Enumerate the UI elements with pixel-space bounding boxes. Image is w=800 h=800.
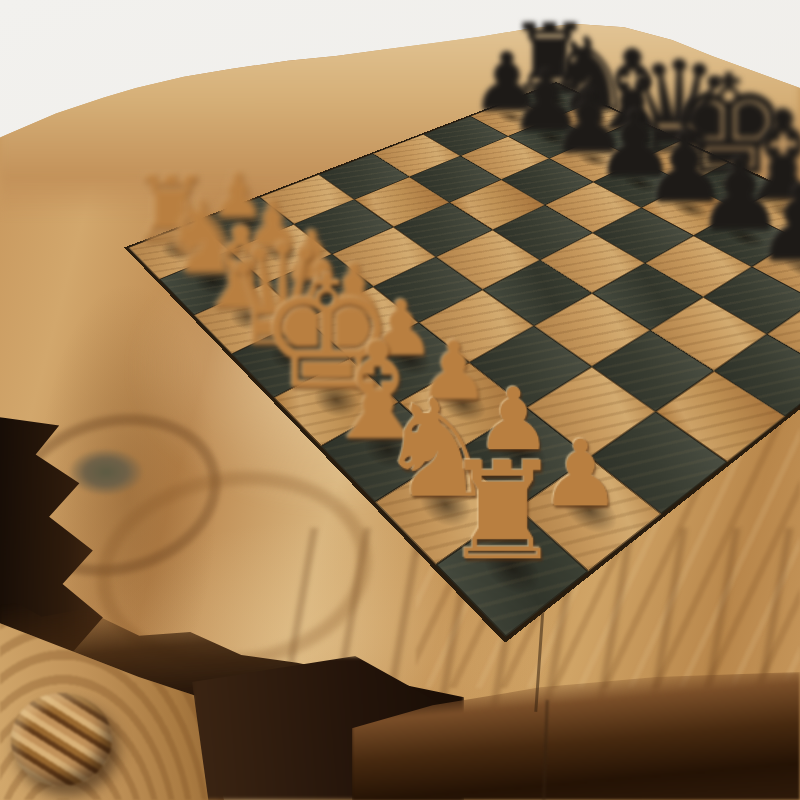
piece-shadow xyxy=(324,295,403,347)
piece-shadow xyxy=(293,369,380,433)
piece-shadow xyxy=(145,229,213,271)
drawer-knob[interactable] xyxy=(11,693,112,786)
piece-shadow xyxy=(458,523,567,617)
piece-shadow xyxy=(177,259,249,306)
wood-knot xyxy=(68,448,144,496)
piece-shadow xyxy=(752,193,800,231)
chess-table-photo: ♜♞♝♛♚♝♞♜♟♟♟♟♟♟♟♟♟♟♟♟♟♟♟♟♜♞♝♛♚♝♞♜ xyxy=(0,0,800,800)
piece-shadow xyxy=(562,144,626,176)
